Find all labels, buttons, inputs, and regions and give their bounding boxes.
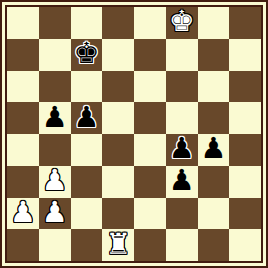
square-e2[interactable] — [134, 198, 166, 230]
square-b8[interactable] — [39, 7, 71, 39]
square-f7[interactable] — [166, 39, 198, 71]
square-e7[interactable] — [134, 39, 166, 71]
square-e4[interactable] — [134, 134, 166, 166]
square-c7[interactable]: ♚ — [71, 39, 103, 71]
square-b4[interactable] — [39, 134, 71, 166]
square-d2[interactable] — [102, 198, 134, 230]
square-c4[interactable] — [71, 134, 103, 166]
square-h1[interactable] — [229, 229, 261, 261]
black-pawn: ♟ — [169, 134, 195, 163]
square-f3[interactable]: ♟ — [166, 166, 198, 198]
square-a5[interactable] — [7, 102, 39, 134]
square-d5[interactable] — [102, 102, 134, 134]
white-pawn: ♟ — [42, 198, 68, 227]
square-b5[interactable]: ♟ — [39, 102, 71, 134]
board-frame: ♚♚♟♟♟♟♟♟♟♟♜ — [0, 0, 268, 268]
square-f1[interactable] — [166, 229, 198, 261]
black-king: ♚ — [73, 39, 99, 68]
square-g3[interactable] — [198, 166, 230, 198]
square-h6[interactable] — [229, 71, 261, 103]
square-d6[interactable] — [102, 71, 134, 103]
square-b3[interactable]: ♟ — [39, 166, 71, 198]
square-h7[interactable] — [229, 39, 261, 71]
square-b6[interactable] — [39, 71, 71, 103]
square-h8[interactable] — [229, 7, 261, 39]
square-c8[interactable] — [71, 7, 103, 39]
square-g2[interactable] — [198, 198, 230, 230]
square-g6[interactable] — [198, 71, 230, 103]
square-g8[interactable] — [198, 7, 230, 39]
square-g7[interactable] — [198, 39, 230, 71]
white-pawn: ♟ — [10, 198, 36, 227]
square-h3[interactable] — [229, 166, 261, 198]
square-a3[interactable] — [7, 166, 39, 198]
square-c1[interactable] — [71, 229, 103, 261]
black-pawn: ♟ — [42, 103, 68, 132]
square-d4[interactable] — [102, 134, 134, 166]
square-h5[interactable] — [229, 102, 261, 134]
square-c3[interactable] — [71, 166, 103, 198]
square-c2[interactable] — [71, 198, 103, 230]
square-b1[interactable] — [39, 229, 71, 261]
square-c6[interactable] — [71, 71, 103, 103]
square-e8[interactable] — [134, 7, 166, 39]
square-a1[interactable] — [7, 229, 39, 261]
white-rook: ♜ — [105, 230, 131, 259]
square-b7[interactable] — [39, 39, 71, 71]
square-a2[interactable]: ♟ — [7, 198, 39, 230]
square-d8[interactable] — [102, 7, 134, 39]
square-d7[interactable] — [102, 39, 134, 71]
board-inner: ♚♚♟♟♟♟♟♟♟♟♜ — [5, 5, 263, 263]
square-d3[interactable] — [102, 166, 134, 198]
square-h4[interactable] — [229, 134, 261, 166]
square-a4[interactable] — [7, 134, 39, 166]
square-a7[interactable] — [7, 39, 39, 71]
square-g4[interactable]: ♟ — [198, 134, 230, 166]
square-e3[interactable] — [134, 166, 166, 198]
square-a8[interactable] — [7, 7, 39, 39]
square-f8[interactable]: ♚ — [166, 7, 198, 39]
square-g1[interactable] — [198, 229, 230, 261]
square-f6[interactable] — [166, 71, 198, 103]
chess-board: ♚♚♟♟♟♟♟♟♟♟♜ — [7, 7, 261, 261]
white-pawn: ♟ — [42, 166, 68, 195]
black-pawn: ♟ — [169, 166, 195, 195]
square-e6[interactable] — [134, 71, 166, 103]
square-f4[interactable]: ♟ — [166, 134, 198, 166]
square-b2[interactable]: ♟ — [39, 198, 71, 230]
square-f5[interactable] — [166, 102, 198, 134]
square-e1[interactable] — [134, 229, 166, 261]
square-d1[interactable]: ♜ — [102, 229, 134, 261]
square-c5[interactable]: ♟ — [71, 102, 103, 134]
square-a6[interactable] — [7, 71, 39, 103]
square-e5[interactable] — [134, 102, 166, 134]
square-h2[interactable] — [229, 198, 261, 230]
white-king: ♚ — [169, 7, 195, 36]
square-f2[interactable] — [166, 198, 198, 230]
black-pawn: ♟ — [73, 103, 99, 132]
square-g5[interactable] — [198, 102, 230, 134]
black-pawn: ♟ — [200, 134, 226, 163]
